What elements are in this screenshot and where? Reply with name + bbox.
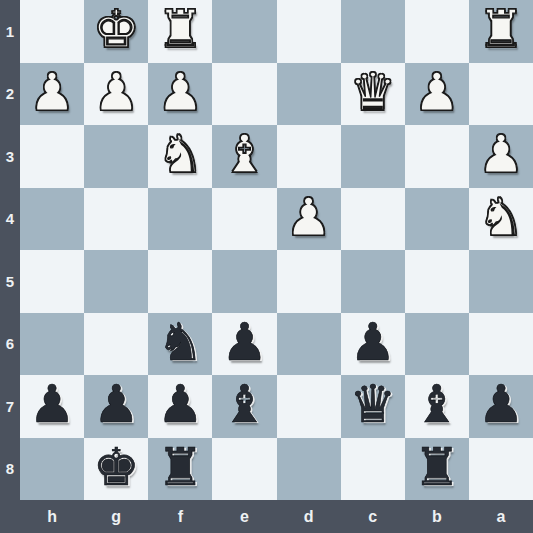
piece-white-pawn[interactable]: ♟ [478, 128, 525, 180]
piece-black-queen[interactable]: ♛ [349, 378, 396, 430]
square-c1[interactable] [341, 0, 405, 63]
square-e1[interactable] [212, 0, 276, 63]
square-f1[interactable]: ♜ [148, 0, 212, 63]
square-d4[interactable]: ♟ [277, 188, 341, 251]
square-h5[interactable] [20, 250, 84, 313]
square-g1[interactable]: ♚ [84, 0, 148, 63]
piece-black-pawn[interactable]: ♟ [478, 378, 525, 430]
square-a5[interactable] [469, 250, 533, 313]
square-g2[interactable]: ♟ [84, 63, 148, 126]
square-e4[interactable] [212, 188, 276, 251]
chess-board-frame: 12345678 ♚♜♜♟♟♟♛♟♞♝♟♟♞♞♟♟♟♟♟♝♛♝♟♚♜♜ hgfe… [0, 0, 533, 533]
piece-white-pawn[interactable]: ♟ [285, 191, 332, 243]
piece-black-pawn[interactable]: ♟ [221, 316, 268, 368]
piece-black-pawn[interactable]: ♟ [349, 316, 396, 368]
square-e7[interactable]: ♝ [212, 375, 276, 438]
piece-white-bishop[interactable]: ♝ [221, 128, 268, 180]
square-e6[interactable]: ♟ [212, 313, 276, 376]
rank-label-column: 12345678 [0, 0, 20, 500]
square-f6[interactable]: ♞ [148, 313, 212, 376]
piece-white-knight[interactable]: ♞ [157, 128, 204, 180]
square-f5[interactable] [148, 250, 212, 313]
rank-label-8: 8 [0, 438, 20, 501]
square-a7[interactable]: ♟ [469, 375, 533, 438]
square-c6[interactable]: ♟ [341, 313, 405, 376]
square-b3[interactable] [405, 125, 469, 188]
piece-black-king[interactable]: ♚ [93, 441, 140, 493]
square-b6[interactable] [405, 313, 469, 376]
square-h2[interactable]: ♟ [20, 63, 84, 126]
piece-black-bishop[interactable]: ♝ [414, 378, 461, 430]
piece-white-king[interactable]: ♚ [93, 3, 140, 55]
square-g5[interactable] [84, 250, 148, 313]
square-c8[interactable] [341, 438, 405, 501]
square-e3[interactable]: ♝ [212, 125, 276, 188]
square-d3[interactable] [277, 125, 341, 188]
file-label-b: b [405, 500, 469, 533]
square-a8[interactable] [469, 438, 533, 501]
square-e5[interactable] [212, 250, 276, 313]
piece-white-pawn[interactable]: ♟ [157, 66, 204, 118]
piece-white-pawn[interactable]: ♟ [29, 66, 76, 118]
file-label-f: f [148, 500, 212, 533]
square-g8[interactable]: ♚ [84, 438, 148, 501]
file-label-row: hgfedcba [20, 500, 533, 533]
square-g6[interactable] [84, 313, 148, 376]
rank-label-2: 2 [0, 63, 20, 126]
square-b7[interactable]: ♝ [405, 375, 469, 438]
square-d8[interactable] [277, 438, 341, 501]
square-d5[interactable] [277, 250, 341, 313]
file-label-c: c [341, 500, 405, 533]
chess-board: ♚♜♜♟♟♟♛♟♞♝♟♟♞♞♟♟♟♟♟♝♛♝♟♚♜♜ [20, 0, 533, 500]
square-f2[interactable]: ♟ [148, 63, 212, 126]
square-c5[interactable] [341, 250, 405, 313]
file-label-g: g [84, 500, 148, 533]
square-e8[interactable] [212, 438, 276, 501]
piece-white-pawn[interactable]: ♟ [93, 66, 140, 118]
piece-white-queen[interactable]: ♛ [349, 66, 396, 118]
square-f8[interactable]: ♜ [148, 438, 212, 501]
square-d6[interactable] [277, 313, 341, 376]
piece-black-rook[interactable]: ♜ [157, 441, 204, 493]
piece-black-pawn[interactable]: ♟ [157, 378, 204, 430]
square-c7[interactable]: ♛ [341, 375, 405, 438]
piece-black-rook[interactable]: ♜ [414, 441, 461, 493]
square-c4[interactable] [341, 188, 405, 251]
square-f3[interactable]: ♞ [148, 125, 212, 188]
square-a4[interactable]: ♞ [469, 188, 533, 251]
rank-label-4: 4 [0, 188, 20, 251]
rank-label-6: 6 [0, 313, 20, 376]
file-label-d: d [277, 500, 341, 533]
piece-black-knight[interactable]: ♞ [157, 316, 204, 368]
square-h4[interactable] [20, 188, 84, 251]
square-d1[interactable] [277, 0, 341, 63]
square-b8[interactable]: ♜ [405, 438, 469, 501]
square-b1[interactable] [405, 0, 469, 63]
piece-white-rook[interactable]: ♜ [478, 3, 525, 55]
square-c3[interactable] [341, 125, 405, 188]
square-e2[interactable] [212, 63, 276, 126]
square-f4[interactable] [148, 188, 212, 251]
square-f7[interactable]: ♟ [148, 375, 212, 438]
file-label-e: e [212, 500, 276, 533]
square-a1[interactable]: ♜ [469, 0, 533, 63]
square-g3[interactable] [84, 125, 148, 188]
piece-white-rook[interactable]: ♜ [157, 3, 204, 55]
square-h6[interactable] [20, 313, 84, 376]
square-b2[interactable]: ♟ [405, 63, 469, 126]
square-h8[interactable] [20, 438, 84, 501]
piece-black-pawn[interactable]: ♟ [29, 378, 76, 430]
rank-label-1: 1 [0, 0, 20, 63]
rank-label-7: 7 [0, 375, 20, 438]
square-b4[interactable] [405, 188, 469, 251]
rank-label-5: 5 [0, 250, 20, 313]
file-label-h: h [20, 500, 84, 533]
square-c2[interactable]: ♛ [341, 63, 405, 126]
piece-white-knight[interactable]: ♞ [478, 191, 525, 243]
square-a3[interactable]: ♟ [469, 125, 533, 188]
piece-black-bishop[interactable]: ♝ [221, 378, 268, 430]
square-g7[interactable]: ♟ [84, 375, 148, 438]
square-a2[interactable] [469, 63, 533, 126]
square-d2[interactable] [277, 63, 341, 126]
file-label-a: a [469, 500, 533, 533]
square-h1[interactable] [20, 0, 84, 63]
square-d7[interactable] [277, 375, 341, 438]
rank-label-3: 3 [0, 125, 20, 188]
square-h3[interactable] [20, 125, 84, 188]
square-h7[interactable]: ♟ [20, 375, 84, 438]
square-b5[interactable] [405, 250, 469, 313]
piece-white-pawn[interactable]: ♟ [414, 66, 461, 118]
square-a6[interactable] [469, 313, 533, 376]
square-g4[interactable] [84, 188, 148, 251]
piece-black-pawn[interactable]: ♟ [93, 378, 140, 430]
